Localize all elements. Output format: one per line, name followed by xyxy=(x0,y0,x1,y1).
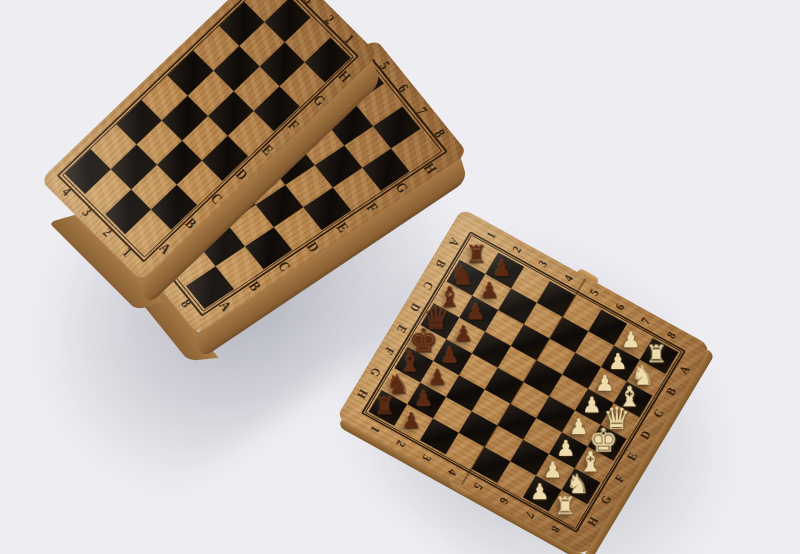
open-board-file-letters-near-label: G xyxy=(591,489,621,510)
light-pawn-glyph: ♟ xyxy=(530,481,550,503)
open-board-file-letters-near-label: C xyxy=(643,403,673,424)
dark-rook-glyph: ♜ xyxy=(374,394,396,418)
open-board-file-letters-near-label: B xyxy=(656,381,685,401)
dark-pawn-glyph: ♟ xyxy=(440,344,460,366)
light-pawn-glyph: ♟ xyxy=(556,437,576,459)
open-board-surface: ABCDEFGHABCDEFGH1234567812345678♜♟♟♜♞♟♟♞… xyxy=(336,208,711,554)
light-pawn-glyph: ♟ xyxy=(569,416,589,438)
open-board-file-letters-near-label: E xyxy=(617,446,646,466)
open-chess-board: ABCDEFGHABCDEFGH1234567812345678♜♟♟♜♞♟♟♞… xyxy=(336,208,711,554)
dark-pawn-glyph: ♟ xyxy=(414,388,434,410)
dark-pawn-glyph: ♟ xyxy=(479,279,499,301)
open-board-file-letters-near-label: A xyxy=(669,359,699,380)
open-board-file-letters-near-label: D xyxy=(630,424,660,445)
dark-pawn-glyph: ♟ xyxy=(492,258,512,280)
dark-pawn-glyph: ♟ xyxy=(466,301,486,323)
dark-pawn-glyph: ♟ xyxy=(453,323,473,345)
dark-pawn-glyph: ♟ xyxy=(427,366,447,388)
light-pawn-glyph: ♟ xyxy=(595,372,615,394)
light-pawn-glyph: ♟ xyxy=(543,459,563,481)
open-board-file-letters-near-label: F xyxy=(604,468,633,488)
product-photo-stage: ABCDEFGH56785678 ABCDEFGH43214321 ABCDEF… xyxy=(0,0,800,554)
dark-pawn-glyph: ♟ xyxy=(401,409,421,431)
light-pawn-glyph: ♟ xyxy=(582,394,602,416)
light-pawn-glyph: ♟ xyxy=(621,329,641,351)
light-pawn-glyph: ♟ xyxy=(608,351,628,373)
open-board-file-letters-near-label: H xyxy=(578,511,608,532)
light-rook-glyph: ♜ xyxy=(554,494,576,518)
